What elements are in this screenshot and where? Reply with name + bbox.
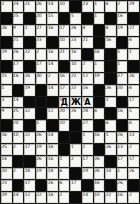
number-cell-r15c4[interactable]: 19	[36, 168, 47, 179]
black-cell-r6c6	[59, 61, 70, 72]
code-number: 26	[71, 25, 76, 30]
code-number: 29	[129, 1, 134, 6]
number-cell-r15c12[interactable]: 26	[128, 168, 139, 179]
number-cell-r7c2[interactable]: 16	[13, 73, 24, 84]
number-cell-r10c12[interactable]: 5	[128, 108, 139, 119]
number-cell-r13c3[interactable]: 17	[24, 144, 35, 155]
number-cell-r10c2[interactable]: 25	[13, 108, 24, 119]
code-number: 14	[106, 168, 111, 173]
number-cell-r13c4[interactable]: 19	[36, 144, 47, 155]
code-number: 26	[36, 1, 41, 6]
number-cell-r3c8[interactable]: 4	[82, 25, 93, 36]
number-cell-r15c3[interactable]: 18	[24, 168, 35, 179]
code-number: 25	[13, 108, 18, 113]
number-cell-r6c8[interactable]: 2	[82, 61, 93, 72]
number-cell-r10c9[interactable]: 6	[94, 108, 105, 119]
number-cell-r8c7[interactable]: 22	[70, 85, 81, 96]
given-letter: А	[82, 99, 93, 107]
code-number: 23	[36, 37, 41, 42]
number-cell-r6c7[interactable]: 10	[70, 61, 81, 72]
number-cell-r15c8[interactable]: 19	[82, 168, 93, 179]
number-cell-r5c5[interactable]: 16	[47, 49, 58, 60]
number-cell-r6c5[interactable]: 14	[47, 61, 58, 72]
black-cell-r16c2	[13, 180, 24, 191]
number-cell-r17c9[interactable]: 10	[94, 192, 105, 203]
number-cell-r16c3[interactable]: 17	[24, 180, 35, 191]
code-number: 17	[36, 61, 41, 66]
number-cell-r5c6[interactable]: 21	[59, 49, 70, 60]
code-number: 2	[71, 156, 74, 161]
number-cell-r13c5[interactable]: 16	[47, 144, 58, 155]
number-cell-r7c11[interactable]: 27	[117, 73, 128, 84]
number-cell-r5c7[interactable]: 16	[70, 49, 81, 60]
code-number: 14	[13, 97, 18, 102]
black-cell-r2c10	[105, 13, 116, 24]
code-number: 26	[117, 180, 122, 185]
number-cell-r2c9[interactable]: 1	[94, 13, 105, 24]
number-cell-r13c8[interactable]: 1	[82, 144, 93, 155]
number-cell-r13c10[interactable]: 26	[105, 144, 116, 155]
number-cell-r4c7[interactable]: 23	[70, 37, 81, 48]
code-number: 26	[106, 85, 111, 90]
code-number: 13	[117, 144, 122, 149]
code-number: 26	[36, 132, 41, 137]
number-cell-r12c2[interactable]: 10	[13, 132, 24, 143]
black-cell-r14c10	[105, 156, 116, 167]
number-cell-r9c2[interactable]: 14	[13, 97, 24, 108]
code-number: 6	[129, 85, 132, 90]
number-cell-r17c12[interactable]: 2	[128, 192, 139, 203]
black-cell-r16c10	[105, 180, 116, 191]
code-number: 22	[36, 192, 41, 197]
code-number: 27	[36, 25, 41, 30]
number-cell-r10c1[interactable]: 9	[1, 108, 12, 119]
number-cell-r8c3[interactable]: 19	[24, 85, 35, 96]
number-cell-r9c1[interactable]: 3	[1, 97, 12, 108]
number-cell-r3c3[interactable]: 1	[24, 25, 35, 36]
number-cell-r11c10[interactable]: 6	[105, 120, 116, 131]
number-cell-r7c7[interactable]: 22	[70, 73, 81, 84]
code-number: 21	[59, 49, 64, 54]
number-cell-r6c4[interactable]: 17	[36, 61, 47, 72]
number-cell-r6c11[interactable]: 1	[117, 61, 128, 72]
number-cell-r4c8[interactable]: 21	[82, 37, 93, 48]
code-number: 26	[48, 180, 53, 185]
black-cell-r9c9	[94, 97, 105, 108]
code-number: 6	[59, 168, 62, 173]
number-cell-r12c11[interactable]: 26	[117, 132, 128, 143]
code-number: 15	[2, 73, 7, 78]
letter-cell-r9c8[interactable]: 1А	[82, 97, 93, 108]
number-cell-r2c5[interactable]: 15	[47, 13, 58, 24]
code-number: 5	[117, 49, 120, 54]
number-cell-r15c6[interactable]: 6	[59, 168, 70, 179]
number-cell-r11c2[interactable]: 20	[13, 120, 24, 131]
number-cell-r17c5[interactable]: 16	[47, 192, 58, 203]
code-number: 2	[48, 73, 51, 78]
number-cell-r12c1[interactable]: 16	[1, 132, 12, 143]
code-number: 24	[13, 1, 18, 6]
number-cell-r2c4[interactable]: 20	[36, 13, 47, 24]
number-cell-r7c5[interactable]: 2	[47, 73, 58, 84]
code-number: 10	[59, 1, 64, 6]
number-cell-r5c1[interactable]: 19	[1, 49, 12, 60]
number-cell-r8c12[interactable]: 6	[128, 85, 139, 96]
black-cell-r6c10	[105, 61, 116, 72]
black-cell-r2c6	[59, 13, 70, 24]
number-cell-r16c6[interactable]: 6	[59, 180, 70, 191]
code-number: 17	[59, 25, 64, 30]
code-number: 17	[71, 180, 76, 185]
code-number: 26	[129, 73, 134, 78]
black-cell-r5c10	[105, 49, 116, 60]
code-number: 26	[13, 49, 18, 54]
number-cell-r8c11[interactable]: 20	[117, 85, 128, 96]
code-number: 21	[25, 1, 30, 6]
number-cell-r11c8[interactable]: 27	[82, 120, 93, 131]
number-cell-r14c5[interactable]: 16	[47, 156, 58, 167]
code-number: 17	[83, 156, 88, 161]
code-number: 20	[59, 108, 64, 113]
code-number: 25	[2, 144, 7, 149]
number-cell-r17c6[interactable]: 2	[59, 192, 70, 203]
code-number: 12	[25, 108, 30, 113]
code-number: 21	[13, 37, 18, 42]
code-number: 4	[83, 25, 86, 30]
number-cell-r12c5[interactable]: 14	[47, 132, 58, 143]
black-cell-r1c7	[70, 1, 81, 12]
number-cell-r17c4[interactable]: 22	[36, 192, 47, 203]
number-cell-r4c12[interactable]: 6	[128, 37, 139, 48]
number-cell-r11c6[interactable]: 10	[59, 120, 70, 131]
number-cell-r5c4[interactable]: 2	[36, 49, 47, 60]
number-cell-r7c4[interactable]: 30	[36, 73, 47, 84]
code-number: 1	[117, 168, 120, 173]
code-number: 15	[48, 13, 53, 18]
code-number: 14	[83, 192, 88, 197]
code-number: 23	[83, 1, 88, 6]
code-number: 22	[71, 73, 76, 78]
black-cell-r7c10	[105, 73, 116, 84]
code-number: 19	[25, 85, 30, 90]
code-number: 2	[129, 144, 132, 149]
code-number: 12	[48, 108, 53, 113]
code-number: 23	[2, 180, 7, 185]
code-number: 26	[25, 73, 30, 78]
black-cell-r13c6	[59, 144, 70, 155]
code-number: 26	[2, 25, 7, 30]
number-cell-r4c4[interactable]: 23	[36, 37, 47, 48]
number-cell-r1c1[interactable]: 1	[1, 1, 12, 12]
black-cell-r16c4	[36, 180, 47, 191]
code-number: 10	[13, 132, 18, 137]
number-cell-r3c2[interactable]: 9	[13, 25, 24, 36]
number-cell-r1c12[interactable]: 29	[128, 1, 139, 12]
black-cell-r6c1	[1, 61, 12, 72]
number-cell-r5c9[interactable]: 16	[94, 49, 105, 60]
number-cell-r11c4[interactable]: 5	[36, 120, 47, 131]
code-number: 10	[59, 120, 64, 125]
black-cell-r2c8	[82, 13, 93, 24]
number-cell-r9c10[interactable]: 1	[105, 97, 116, 108]
code-number: 17	[117, 156, 122, 161]
number-cell-r6c9[interactable]: 1	[94, 61, 105, 72]
number-cell-r8c1[interactable]: 1	[1, 85, 12, 96]
number-cell-r17c10[interactable]: 22	[105, 192, 116, 203]
number-cell-r17c1[interactable]: 19	[1, 192, 12, 203]
letter-cell-r9c7[interactable]: 28Ж	[70, 97, 81, 108]
number-cell-r6c2[interactable]: 17	[13, 61, 24, 72]
code-number: 1	[2, 1, 5, 6]
code-number: 16	[117, 192, 122, 197]
number-cell-r15c11[interactable]: 1	[117, 168, 128, 179]
number-cell-r8c5[interactable]: 14	[47, 85, 58, 96]
black-cell-r16c12	[128, 180, 139, 191]
number-cell-r15c1[interactable]: 20	[1, 168, 12, 179]
code-number: 19	[83, 168, 88, 173]
number-cell-r15c9[interactable]: 26	[94, 168, 105, 179]
code-number: 1	[94, 1, 97, 6]
code-number: 22	[25, 132, 30, 137]
code-number: 2	[129, 192, 132, 197]
black-cell-r8c2	[13, 85, 24, 96]
black-cell-r4c9	[94, 37, 105, 48]
code-number: 17	[59, 85, 64, 90]
code-number: 16	[94, 132, 99, 137]
number-cell-r15c2[interactable]: 2	[13, 168, 24, 179]
number-cell-r3c1[interactable]: 26	[1, 25, 12, 36]
number-cell-r17c11[interactable]: 16	[117, 192, 128, 203]
code-number: 27	[129, 25, 134, 30]
black-cell-r17c7	[70, 192, 81, 203]
black-cell-r4c3	[24, 37, 35, 48]
number-cell-r10c5[interactable]: 12	[47, 108, 58, 119]
code-number: 26	[106, 144, 111, 149]
code-number: 6	[129, 120, 132, 125]
code-number: 10	[59, 37, 64, 42]
code-number: 20	[117, 85, 122, 90]
black-cell-r3c9	[94, 25, 105, 36]
number-cell-r1c8[interactable]: 23	[82, 1, 93, 12]
number-cell-r16c1[interactable]: 23	[1, 180, 12, 191]
number-cell-r12c8[interactable]: 1	[82, 132, 93, 143]
code-number: 9	[2, 108, 5, 113]
black-cell-r2c3	[24, 13, 35, 24]
code-number: 20	[36, 13, 41, 18]
code-number: 9	[13, 25, 16, 30]
code-number: 20	[13, 120, 18, 125]
number-cell-r12c3[interactable]: 22	[24, 132, 35, 143]
number-cell-r8c6[interactable]: 17	[59, 85, 70, 96]
number-cell-r14c11[interactable]: 17	[117, 156, 128, 167]
code-number: 16	[117, 108, 122, 113]
number-cell-r4c6[interactable]: 10	[59, 37, 70, 48]
number-cell-r1c4[interactable]: 26	[36, 1, 47, 12]
number-cell-r12c12[interactable]: 13	[128, 132, 139, 143]
code-number: 16	[48, 144, 53, 149]
number-cell-r13c1[interactable]: 25	[1, 144, 12, 155]
number-cell-r14c12[interactable]: 17	[128, 156, 139, 167]
number-cell-r13c7[interactable]: 1	[70, 144, 81, 155]
code-number: 1	[117, 61, 120, 66]
number-cell-r7c3[interactable]: 26	[24, 73, 35, 84]
code-number: 27	[83, 120, 88, 125]
code-number: 14	[13, 192, 18, 197]
code-number: 23	[71, 37, 76, 42]
number-cell-r3c6[interactable]: 17	[59, 25, 70, 36]
black-cell-r4c11	[117, 37, 128, 48]
code-number: 1	[2, 85, 5, 90]
number-cell-r15c5[interactable]: 18	[47, 168, 58, 179]
code-number: 14	[48, 132, 53, 137]
number-cell-r12c4[interactable]: 26	[36, 132, 47, 143]
number-cell-r3c4[interactable]: 27	[36, 25, 47, 36]
number-cell-r16c5[interactable]: 26	[47, 180, 58, 191]
given-letter: Д	[59, 99, 70, 107]
number-cell-r1c6[interactable]: 10	[59, 1, 70, 12]
code-number: 16	[71, 49, 76, 54]
code-number: 16	[2, 132, 7, 137]
code-number: 27	[117, 73, 122, 78]
code-number: 12	[25, 192, 30, 197]
number-cell-r15c10[interactable]: 14	[105, 168, 116, 179]
number-cell-r7c8[interactable]: 12	[82, 73, 93, 84]
code-number: 16	[94, 180, 99, 185]
number-cell-r1c3[interactable]: 21	[24, 1, 35, 12]
code-number: 17	[129, 97, 134, 102]
number-cell-r14c1[interactable]: 14	[1, 156, 12, 167]
number-cell-r2c2[interactable]: 25	[13, 13, 24, 24]
codeword-grid: 1242126141023162292520155116269127161726…	[1, 1, 139, 203]
number-cell-r17c2[interactable]: 14	[13, 192, 24, 203]
number-cell-r1c5[interactable]: 14	[47, 1, 58, 12]
number-cell-r10c11[interactable]: 16	[117, 108, 128, 119]
code-number: 25	[13, 13, 18, 18]
code-number: 14	[48, 61, 53, 66]
black-cell-r6c12	[128, 61, 139, 72]
code-number: 2	[13, 144, 16, 149]
number-cell-r1c2[interactable]: 24	[13, 1, 24, 12]
number-cell-r10c8[interactable]: 28	[82, 108, 93, 119]
code-number: 13	[129, 132, 134, 137]
number-cell-r3c11[interactable]: 19	[117, 25, 128, 36]
number-cell-r7c1[interactable]: 15	[1, 73, 12, 84]
number-cell-r2c7[interactable]: 5	[70, 13, 81, 24]
code-number: 6	[59, 180, 62, 185]
black-cell-r13c9	[94, 144, 105, 155]
number-cell-r3c10[interactable]: 6	[105, 25, 116, 36]
code-number: 12	[83, 73, 88, 78]
code-number: 16	[59, 73, 64, 78]
number-cell-r12c9[interactable]: 16	[94, 132, 105, 143]
number-cell-r14c6[interactable]: 1	[59, 156, 70, 167]
number-cell-r9c12[interactable]: 17	[128, 97, 139, 108]
number-cell-r16c11[interactable]: 26	[117, 180, 128, 191]
code-number: 18	[48, 168, 53, 173]
number-cell-r17c3[interactable]: 12	[24, 192, 35, 203]
black-cell-r11c7	[70, 120, 81, 131]
number-cell-r1c11[interactable]: 2	[117, 1, 128, 12]
number-cell-r7c9[interactable]: 19	[94, 73, 105, 84]
number-cell-r10c3[interactable]: 12	[24, 108, 35, 119]
number-cell-r14c8[interactable]: 17	[82, 156, 93, 167]
number-cell-r13c12[interactable]: 2	[128, 144, 139, 155]
number-cell-r10c6[interactable]: 20	[59, 108, 70, 119]
code-number: 16	[13, 73, 18, 78]
black-cell-r4c1	[1, 37, 12, 48]
number-cell-r1c10[interactable]: 6	[105, 1, 116, 12]
code-number: 16	[94, 49, 99, 54]
number-cell-r1c9[interactable]: 1	[94, 1, 105, 12]
number-cell-r5c3[interactable]: 22	[24, 49, 35, 60]
black-cell-r15c7	[70, 168, 81, 179]
code-number: 16	[48, 49, 53, 54]
black-cell-r2c1	[1, 13, 12, 24]
code-number: 26	[36, 156, 41, 161]
number-cell-r7c6[interactable]: 16	[59, 73, 70, 84]
number-cell-r3c7[interactable]: 26	[70, 25, 81, 36]
code-number: 5	[129, 108, 132, 113]
number-cell-r4c10[interactable]: 16	[105, 37, 116, 48]
code-number: 16	[48, 25, 53, 30]
code-number: 19	[2, 192, 7, 197]
number-cell-r12c10[interactable]: 1	[105, 132, 116, 143]
code-number: 2	[117, 1, 120, 6]
number-cell-r8c10[interactable]: 26	[105, 85, 116, 96]
number-cell-r3c5[interactable]: 16	[47, 25, 58, 36]
number-cell-r13c2[interactable]: 2	[13, 144, 24, 155]
number-cell-r3c12[interactable]: 27	[128, 25, 139, 36]
code-number: 1	[94, 61, 97, 66]
code-number: 14	[48, 85, 53, 90]
code-number: 22	[106, 192, 111, 197]
black-cell-r9c5	[47, 97, 58, 108]
code-number: 26	[129, 168, 134, 173]
code-number: 16	[106, 37, 111, 42]
number-cell-r14c4[interactable]: 26	[36, 156, 47, 167]
number-cell-r16c9[interactable]: 16	[94, 180, 105, 191]
code-number: 19	[94, 73, 99, 78]
code-number: 1	[129, 49, 132, 54]
number-cell-r7c12[interactable]: 26	[128, 73, 139, 84]
code-number: 17	[25, 180, 30, 185]
number-cell-r4c2[interactable]: 21	[13, 37, 24, 48]
number-cell-r5c2[interactable]: 26	[13, 49, 24, 60]
number-cell-r13c11[interactable]: 13	[117, 144, 128, 155]
number-cell-r5c12[interactable]: 1	[128, 49, 139, 60]
number-cell-r8c8[interactable]: 16	[82, 85, 93, 96]
code-number: 26	[94, 156, 99, 161]
black-cell-r6c3	[24, 61, 35, 72]
black-cell-r11c9	[94, 120, 105, 131]
number-cell-r17c8[interactable]: 14	[82, 192, 93, 203]
number-cell-r14c9[interactable]: 26	[94, 156, 105, 167]
code-number: 10	[71, 61, 76, 66]
code-number: 20	[2, 168, 7, 173]
number-cell-r2c11[interactable]: 16	[117, 13, 128, 24]
code-number: 19	[2, 49, 7, 54]
code-number: 17	[129, 156, 134, 161]
letter-cell-r9c6[interactable]: 5Д	[59, 97, 70, 108]
number-cell-r16c7[interactable]: 17	[70, 180, 81, 191]
number-cell-r10c7[interactable]: 26	[70, 108, 81, 119]
black-cell-r10c10	[105, 108, 116, 119]
number-cell-r11c12[interactable]: 6	[128, 120, 139, 131]
number-cell-r14c7[interactable]: 2	[70, 156, 81, 167]
number-cell-r5c11[interactable]: 5	[117, 49, 128, 60]
black-cell-r8c4	[36, 85, 47, 96]
black-cell-r11c3	[24, 120, 35, 131]
